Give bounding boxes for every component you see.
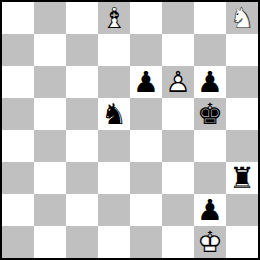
square-g3[interactable] bbox=[194, 162, 226, 194]
square-a4[interactable] bbox=[2, 130, 34, 162]
white-knight-piece: ♞♘ bbox=[226, 2, 258, 34]
white-king-piece: ♚♔ bbox=[194, 226, 226, 258]
square-g7[interactable] bbox=[194, 34, 226, 66]
piece-outline: ♘ bbox=[226, 2, 258, 34]
square-d2[interactable] bbox=[98, 194, 130, 226]
square-g2[interactable]: ♟ bbox=[194, 194, 226, 226]
square-h5[interactable] bbox=[226, 98, 258, 130]
square-b5[interactable] bbox=[34, 98, 66, 130]
square-c5[interactable] bbox=[66, 98, 98, 130]
black-pawn-piece: ♟ bbox=[194, 66, 226, 98]
square-e4[interactable] bbox=[130, 130, 162, 162]
piece-outline: ♙ bbox=[162, 66, 194, 98]
square-a1[interactable] bbox=[2, 226, 34, 258]
square-e6[interactable]: ♟ bbox=[130, 66, 162, 98]
square-g5[interactable]: ♚ bbox=[194, 98, 226, 130]
square-d8[interactable]: ♝♗ bbox=[98, 2, 130, 34]
square-e3[interactable] bbox=[130, 162, 162, 194]
square-g1[interactable]: ♚♔ bbox=[194, 226, 226, 258]
square-d5[interactable]: ♞ bbox=[98, 98, 130, 130]
white-bishop-piece: ♝♗ bbox=[98, 2, 130, 34]
black-knight-piece: ♞ bbox=[98, 98, 130, 130]
chess-board: ♝♗♞♘♟♟♙♟♞♚♜♟♚♔ bbox=[0, 0, 260, 260]
piece-outline: ♔ bbox=[194, 226, 226, 258]
black-king-piece: ♚ bbox=[194, 98, 226, 130]
white-pawn-piece: ♟♙ bbox=[162, 66, 194, 98]
black-pawn-piece: ♟ bbox=[130, 66, 162, 98]
square-b6[interactable] bbox=[34, 66, 66, 98]
square-b2[interactable] bbox=[34, 194, 66, 226]
square-g8[interactable] bbox=[194, 2, 226, 34]
square-d3[interactable] bbox=[98, 162, 130, 194]
square-h2[interactable] bbox=[226, 194, 258, 226]
square-h3[interactable]: ♜ bbox=[226, 162, 258, 194]
square-c2[interactable] bbox=[66, 194, 98, 226]
square-c4[interactable] bbox=[66, 130, 98, 162]
square-c1[interactable] bbox=[66, 226, 98, 258]
square-c7[interactable] bbox=[66, 34, 98, 66]
square-e8[interactable] bbox=[130, 2, 162, 34]
square-h6[interactable] bbox=[226, 66, 258, 98]
square-c3[interactable] bbox=[66, 162, 98, 194]
square-c6[interactable] bbox=[66, 66, 98, 98]
square-f8[interactable] bbox=[162, 2, 194, 34]
square-h8[interactable]: ♞♘ bbox=[226, 2, 258, 34]
square-c8[interactable] bbox=[66, 2, 98, 34]
square-h4[interactable] bbox=[226, 130, 258, 162]
black-rook-piece: ♜ bbox=[226, 162, 258, 194]
square-e5[interactable] bbox=[130, 98, 162, 130]
square-b3[interactable] bbox=[34, 162, 66, 194]
square-h1[interactable] bbox=[226, 226, 258, 258]
square-f6[interactable]: ♟♙ bbox=[162, 66, 194, 98]
square-f2[interactable] bbox=[162, 194, 194, 226]
square-e1[interactable] bbox=[130, 226, 162, 258]
square-d6[interactable] bbox=[98, 66, 130, 98]
piece-outline: ♗ bbox=[98, 2, 130, 34]
square-h7[interactable] bbox=[226, 34, 258, 66]
square-e2[interactable] bbox=[130, 194, 162, 226]
square-g6[interactable]: ♟ bbox=[194, 66, 226, 98]
square-b8[interactable] bbox=[34, 2, 66, 34]
square-d4[interactable] bbox=[98, 130, 130, 162]
square-a7[interactable] bbox=[2, 34, 34, 66]
square-f1[interactable] bbox=[162, 226, 194, 258]
square-b1[interactable] bbox=[34, 226, 66, 258]
square-g4[interactable] bbox=[194, 130, 226, 162]
square-b7[interactable] bbox=[34, 34, 66, 66]
square-f7[interactable] bbox=[162, 34, 194, 66]
square-d7[interactable] bbox=[98, 34, 130, 66]
square-f5[interactable] bbox=[162, 98, 194, 130]
square-e7[interactable] bbox=[130, 34, 162, 66]
square-a3[interactable] bbox=[2, 162, 34, 194]
square-f3[interactable] bbox=[162, 162, 194, 194]
square-a8[interactable] bbox=[2, 2, 34, 34]
square-a6[interactable] bbox=[2, 66, 34, 98]
square-d1[interactable] bbox=[98, 226, 130, 258]
square-a5[interactable] bbox=[2, 98, 34, 130]
square-a2[interactable] bbox=[2, 194, 34, 226]
square-f4[interactable] bbox=[162, 130, 194, 162]
square-b4[interactable] bbox=[34, 130, 66, 162]
black-pawn-piece: ♟ bbox=[194, 194, 226, 226]
